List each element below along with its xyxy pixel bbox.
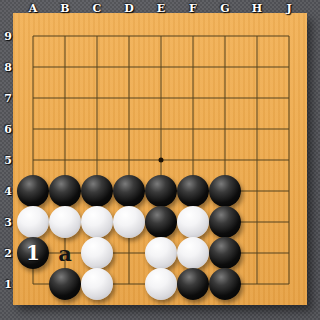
stone-black-G4[interactable] bbox=[209, 175, 241, 207]
stone-white-C3[interactable] bbox=[81, 206, 113, 238]
stone-black-B1[interactable] bbox=[49, 268, 81, 300]
stone-black-G3[interactable] bbox=[209, 206, 241, 238]
marker-a-B2: a bbox=[49, 237, 81, 269]
stone-white-E2[interactable] bbox=[145, 237, 177, 269]
stone-black-E3[interactable] bbox=[145, 206, 177, 238]
stone-white-C2[interactable] bbox=[81, 237, 113, 269]
stone-white-F3[interactable] bbox=[177, 206, 209, 238]
stone-white-C1[interactable] bbox=[81, 268, 113, 300]
stone-white-A3[interactable] bbox=[17, 206, 49, 238]
stone-white-F2[interactable] bbox=[177, 237, 209, 269]
stone-black-A4[interactable] bbox=[17, 175, 49, 207]
stone-black-D4[interactable] bbox=[113, 175, 145, 207]
stone-white-D3[interactable] bbox=[113, 206, 145, 238]
stone-white-E1[interactable] bbox=[145, 268, 177, 300]
stone-white-B3[interactable] bbox=[49, 206, 81, 238]
stone-black-G2[interactable] bbox=[209, 237, 241, 269]
stone-black-A2[interactable] bbox=[17, 237, 49, 269]
go-board-screen: ABCDEFGHJ 987654321 1a bbox=[0, 0, 320, 320]
stone-black-C4[interactable] bbox=[81, 175, 113, 207]
stone-black-G1[interactable] bbox=[209, 268, 241, 300]
stone-black-E4[interactable] bbox=[145, 175, 177, 207]
stone-black-B4[interactable] bbox=[49, 175, 81, 207]
stone-black-F4[interactable] bbox=[177, 175, 209, 207]
stone-black-F1[interactable] bbox=[177, 268, 209, 300]
stones-layer[interactable]: 1a bbox=[0, 0, 320, 320]
